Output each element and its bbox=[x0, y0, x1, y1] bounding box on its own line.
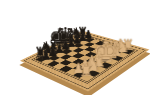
piece-black-queen: ♛ bbox=[55, 25, 77, 46]
square-c8: ♝ bbox=[67, 41, 78, 46]
square-h1: ♜ bbox=[80, 74, 94, 81]
piece-black-pawn: ♟ bbox=[34, 49, 59, 61]
piece-black-rook: ♜ bbox=[72, 26, 93, 38]
perspective-container: ♜♟♟♜♞♟♟♞♝♟♟♝♛♟♟♛♚♟♟♚♝♟♟♝♞♟♟♞♜♟♟♜ bbox=[0, 0, 150, 95]
piece-black-bishop: ♝ bbox=[61, 26, 83, 43]
piece-black-pawn: ♟ bbox=[72, 32, 94, 43]
square-e6 bbox=[66, 51, 78, 56]
chess-board: ♜♟♟♜♞♟♟♞♝♟♟♝♛♟♟♛♚♟♟♚♝♟♟♝♞♟♟♞♜♟♟♜ bbox=[20, 31, 150, 92]
square-c7: ♟ bbox=[72, 43, 83, 48]
piece-black-knight: ♞ bbox=[66, 27, 88, 41]
square-a8: ♜ bbox=[78, 36, 89, 40]
square-b7: ♟ bbox=[78, 40, 89, 45]
square-d7: ♟ bbox=[66, 46, 78, 51]
chess-set-photo: ♜♟♟♜♞♟♟♞♝♟♟♝♛♟♟♛♚♟♟♚♝♟♟♝♞♟♟♞♜♟♟♜ bbox=[0, 0, 150, 95]
board-frame: ♜♟♟♜♞♟♟♞♝♟♟♝♛♟♟♛♚♟♟♚♝♟♟♝♞♟♟♞♜♟♟♜ bbox=[20, 31, 150, 92]
scene-tilt: ♜♟♟♜♞♟♟♞♝♟♟♝♛♟♟♛♚♟♟♚♝♟♟♝♞♟♟♞♜♟♟♜ bbox=[0, 0, 150, 95]
piece-white-rook: ♜ bbox=[72, 62, 100, 78]
square-d6 bbox=[72, 48, 84, 53]
square-b8: ♞ bbox=[72, 38, 83, 43]
piece-black-pawn: ♟ bbox=[66, 34, 88, 45]
